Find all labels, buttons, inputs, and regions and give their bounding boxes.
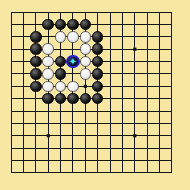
black-stone[interactable] (30, 81, 42, 93)
black-stone[interactable] (30, 56, 42, 68)
white-stone[interactable] (42, 68, 54, 80)
white-stone[interactable] (80, 68, 92, 80)
black-stone[interactable] (55, 93, 67, 105)
white-stone[interactable] (80, 56, 92, 68)
app-background: ✦ (0, 0, 190, 190)
black-stone[interactable] (92, 56, 104, 68)
white-stone[interactable] (42, 56, 54, 68)
white-stone[interactable] (55, 31, 67, 43)
marked-last-move-stone[interactable]: ✦ (66, 55, 79, 68)
black-stone[interactable] (92, 43, 104, 55)
star-point (47, 134, 50, 137)
white-stone[interactable] (55, 81, 67, 93)
black-stone[interactable] (80, 19, 92, 31)
black-stone[interactable] (92, 93, 104, 105)
white-stone[interactable] (80, 43, 92, 55)
black-stone[interactable] (42, 19, 54, 31)
black-stone[interactable] (30, 43, 42, 55)
black-stone[interactable] (30, 68, 42, 80)
black-stone[interactable] (92, 68, 104, 80)
star-point (133, 48, 136, 51)
black-stone[interactable] (55, 19, 67, 31)
black-stone[interactable] (42, 93, 54, 105)
white-stone[interactable] (67, 31, 79, 43)
white-stone[interactable] (42, 43, 54, 55)
go-board[interactable]: ✦ (5, 6, 178, 179)
star-point (133, 134, 136, 137)
black-stone[interactable] (67, 19, 79, 31)
black-stone[interactable] (80, 93, 92, 105)
white-stone[interactable] (42, 81, 54, 93)
black-stone[interactable] (67, 93, 79, 105)
black-stone[interactable] (92, 81, 104, 93)
white-stone[interactable] (67, 81, 79, 93)
star-point (84, 85, 87, 88)
black-stone[interactable] (55, 68, 67, 80)
black-stone[interactable] (30, 31, 42, 43)
black-stone[interactable] (55, 56, 67, 68)
white-stone[interactable] (80, 31, 92, 43)
black-stone[interactable] (92, 31, 104, 43)
last-move-cross-icon: ✦ (69, 57, 77, 66)
